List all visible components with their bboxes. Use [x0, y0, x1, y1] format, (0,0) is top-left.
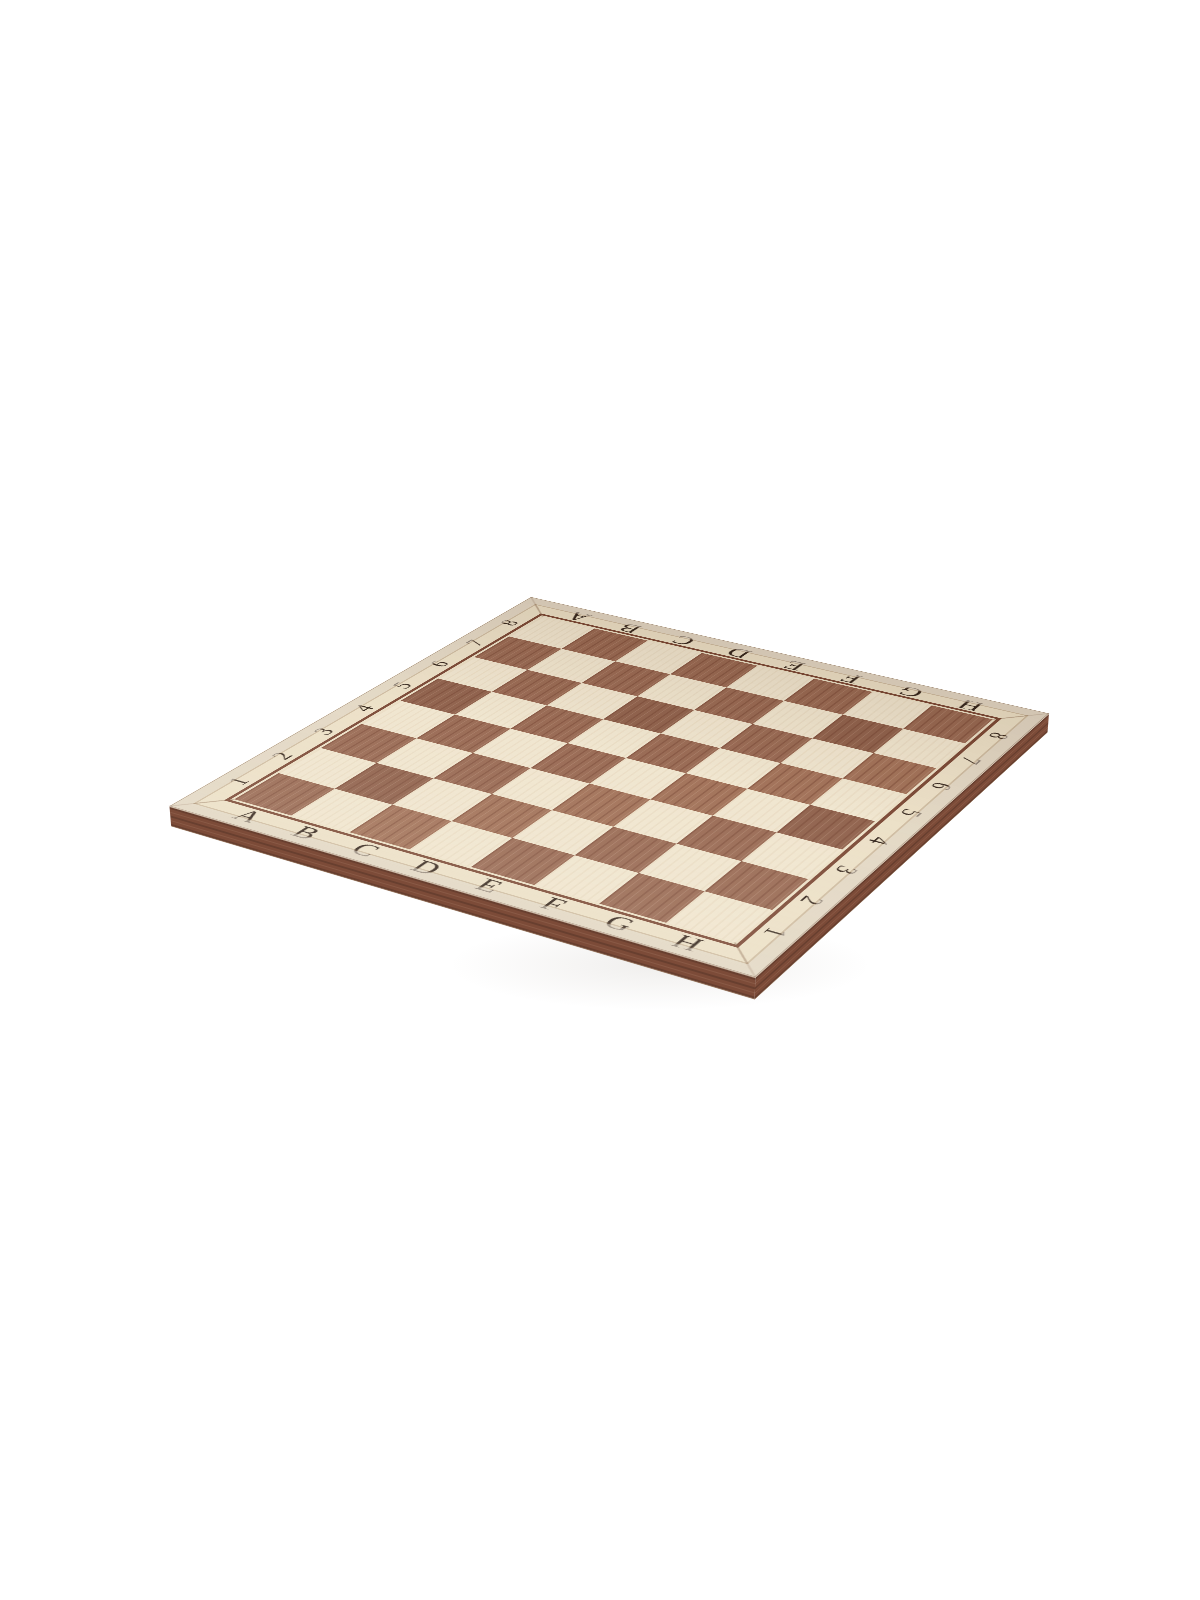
square-f3[interactable] — [613, 799, 712, 843]
rank-label: 1 — [758, 925, 794, 940]
file-label: F — [535, 894, 572, 914]
rank-label: 4 — [349, 703, 379, 713]
square-e2[interactable] — [512, 810, 613, 855]
square-c3[interactable] — [433, 753, 530, 794]
file-label: C — [345, 840, 385, 859]
file-label: E — [780, 658, 811, 672]
square-e3[interactable] — [552, 784, 651, 827]
board-top-surface: ABCDEFGH ABCDEFGH 87654321 87654321 — [169, 597, 1048, 977]
file-labels-front: ABCDEFGH — [205, 799, 735, 964]
square-e4[interactable] — [590, 758, 686, 799]
square-h6[interactable] — [843, 753, 937, 794]
square-b1[interactable] — [291, 789, 392, 833]
square-f4[interactable] — [650, 773, 747, 815]
square-g3[interactable] — [677, 816, 777, 861]
rank-label: 3 — [830, 863, 864, 876]
square-a1[interactable] — [234, 773, 334, 815]
square-h1[interactable] — [666, 891, 772, 942]
rank-label: 7 — [955, 755, 987, 766]
square-c2[interactable] — [392, 778, 491, 821]
square-h2[interactable] — [705, 861, 808, 910]
square-f2[interactable] — [575, 827, 677, 873]
rank-label: 1 — [223, 775, 254, 787]
square-b2[interactable] — [335, 763, 434, 805]
file-label: G — [894, 684, 928, 699]
square-g5[interactable] — [747, 763, 842, 805]
square-g2[interactable] — [639, 844, 742, 892]
square-h5[interactable] — [810, 778, 906, 821]
square-f1[interactable] — [534, 855, 638, 903]
square-d3[interactable] — [492, 768, 590, 810]
file-label: H — [666, 932, 709, 955]
rank-label: 4 — [863, 834, 897, 847]
rank-label: 2 — [795, 893, 830, 907]
rank-label: 8 — [496, 618, 524, 627]
file-label: E — [470, 876, 509, 896]
file-label: G — [598, 912, 641, 934]
board-grid — [224, 613, 1002, 947]
rank-label: 8 — [983, 730, 1014, 741]
square-c1[interactable] — [350, 805, 452, 850]
file-label: A — [227, 807, 268, 826]
rank-label: 3 — [309, 726, 339, 737]
file-label: D — [722, 645, 756, 659]
file-label: C — [668, 633, 700, 647]
file-label: A — [562, 610, 595, 623]
file-label: D — [405, 857, 447, 877]
frame-miter-front-left — [169, 799, 234, 807]
square-h3[interactable] — [741, 832, 842, 879]
file-label: F — [838, 671, 867, 685]
file-label: B — [615, 621, 647, 634]
chess-board: ABCDEFGH ABCDEFGH 87654321 87654321 — [169, 597, 1048, 977]
rank-label: 7 — [461, 638, 489, 647]
file-label: H — [954, 697, 988, 713]
rank-label: 6 — [425, 659, 454, 668]
file-label: B — [286, 823, 326, 842]
rank-label: 5 — [388, 680, 417, 690]
square-d2[interactable] — [452, 794, 552, 838]
rank-label: 2 — [267, 750, 298, 761]
square-e1[interactable] — [471, 838, 575, 885]
rank-label-cell: 1 — [199, 763, 279, 799]
square-h4[interactable] — [777, 805, 875, 850]
rank-label: 5 — [895, 807, 928, 819]
frame-miter-front-right — [734, 942, 757, 977]
rank-label: 6 — [926, 780, 958, 792]
square-g1[interactable] — [599, 873, 704, 923]
square-d1[interactable] — [410, 821, 513, 867]
frame-miter-back-right — [993, 713, 1050, 720]
scene: ABCDEFGH ABCDEFGH 87654321 87654321 — [0, 0, 1200, 1600]
square-g4[interactable] — [713, 789, 811, 833]
